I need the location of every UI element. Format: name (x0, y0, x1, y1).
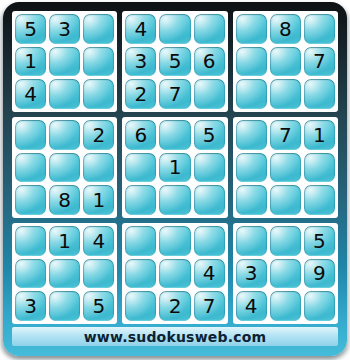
cell-r8c3[interactable] (83, 259, 114, 289)
cell-r7c8[interactable] (270, 226, 301, 256)
cell-r1c9[interactable] (304, 14, 335, 44)
cell-r7c1[interactable] (15, 226, 46, 256)
cell-r9c5[interactable]: 2 (159, 291, 190, 321)
cell-r6c2[interactable]: 8 (49, 185, 80, 215)
cell-r8c4[interactable] (125, 259, 156, 289)
cell-r6c3[interactable]: 1 (83, 185, 114, 215)
cell-r6c6[interactable] (194, 185, 225, 215)
cell-r3c2[interactable] (49, 79, 80, 109)
cell-r3c1[interactable]: 4 (15, 79, 46, 109)
cell-r9c2[interactable] (49, 291, 80, 321)
cell-r8c5[interactable] (159, 259, 190, 289)
cell-r5c6[interactable] (194, 153, 225, 183)
cell-r5c2[interactable] (49, 153, 80, 183)
cell-r7c3[interactable]: 4 (83, 226, 114, 256)
sudoku-widget: 5314435627872816517114354275394 www.sudo… (0, 0, 350, 360)
cell-r8c2[interactable] (49, 259, 80, 289)
box-r1c3: 87 (233, 11, 338, 112)
cell-r3c3[interactable] (83, 79, 114, 109)
cell-r2c2[interactable] (49, 47, 80, 77)
cell-r7c7[interactable] (236, 226, 267, 256)
cell-r1c1[interactable]: 5 (15, 14, 46, 44)
box-r1c1: 5314 (12, 11, 117, 112)
cell-r3c9[interactable] (304, 79, 335, 109)
cell-r4c9[interactable]: 1 (304, 120, 335, 150)
cell-r5c7[interactable] (236, 153, 267, 183)
box-r1c2: 435627 (122, 11, 227, 112)
cell-r2c4[interactable]: 3 (125, 47, 156, 77)
cell-r2c1[interactable]: 1 (15, 47, 46, 77)
cell-r7c5[interactable] (159, 226, 190, 256)
cell-r9c4[interactable] (125, 291, 156, 321)
box-r3c2: 427 (122, 223, 227, 324)
cell-r1c6[interactable] (194, 14, 225, 44)
cell-r8c6[interactable]: 4 (194, 259, 225, 289)
box-r2c1: 281 (12, 117, 117, 218)
cell-r7c4[interactable] (125, 226, 156, 256)
cell-r6c9[interactable] (304, 185, 335, 215)
cell-r8c1[interactable] (15, 259, 46, 289)
cell-r5c4[interactable] (125, 153, 156, 183)
cell-r3c4[interactable]: 2 (125, 79, 156, 109)
cell-r3c6[interactable] (194, 79, 225, 109)
box-r2c2: 651 (122, 117, 227, 218)
cell-r8c8[interactable] (270, 259, 301, 289)
cell-r7c6[interactable] (194, 226, 225, 256)
cell-r9c3[interactable]: 5 (83, 291, 114, 321)
cell-r1c4[interactable]: 4 (125, 14, 156, 44)
cell-r6c7[interactable] (236, 185, 267, 215)
cell-r4c3[interactable]: 2 (83, 120, 114, 150)
cell-r4c4[interactable]: 6 (125, 120, 156, 150)
cell-r2c5[interactable]: 5 (159, 47, 190, 77)
sudoku-board: 5314435627872816517114354275394 (12, 11, 338, 324)
cell-r3c5[interactable]: 7 (159, 79, 190, 109)
cell-r4c5[interactable] (159, 120, 190, 150)
cell-r7c9[interactable]: 5 (304, 226, 335, 256)
cell-r2c8[interactable] (270, 47, 301, 77)
cell-r1c5[interactable] (159, 14, 190, 44)
cell-r9c6[interactable]: 7 (194, 291, 225, 321)
cell-r3c8[interactable] (270, 79, 301, 109)
cell-r9c8[interactable] (270, 291, 301, 321)
cell-r9c1[interactable]: 3 (15, 291, 46, 321)
cell-r5c3[interactable] (83, 153, 114, 183)
site-link[interactable]: www.sudokusweb.com (84, 329, 267, 345)
cell-r5c9[interactable] (304, 153, 335, 183)
cell-r4c8[interactable]: 7 (270, 120, 301, 150)
cell-r2c9[interactable]: 7 (304, 47, 335, 77)
cell-r1c8[interactable]: 8 (270, 14, 301, 44)
cell-r2c6[interactable]: 6 (194, 47, 225, 77)
cell-r4c2[interactable] (49, 120, 80, 150)
cell-r4c6[interactable]: 5 (194, 120, 225, 150)
box-r3c1: 1435 (12, 223, 117, 324)
cell-r1c2[interactable]: 3 (49, 14, 80, 44)
cell-r6c4[interactable] (125, 185, 156, 215)
cell-r1c7[interactable] (236, 14, 267, 44)
cell-r4c1[interactable] (15, 120, 46, 150)
cell-r1c3[interactable] (83, 14, 114, 44)
cell-r2c3[interactable] (83, 47, 114, 77)
cell-r7c2[interactable]: 1 (49, 226, 80, 256)
cell-r5c5[interactable]: 1 (159, 153, 190, 183)
cell-r5c1[interactable] (15, 153, 46, 183)
cell-r6c1[interactable] (15, 185, 46, 215)
cell-r9c7[interactable]: 4 (236, 291, 267, 321)
cell-r8c7[interactable]: 3 (236, 259, 267, 289)
cell-r2c7[interactable] (236, 47, 267, 77)
cell-r8c9[interactable]: 9 (304, 259, 335, 289)
cell-r6c5[interactable] (159, 185, 190, 215)
cell-r5c8[interactable] (270, 153, 301, 183)
box-r2c3: 71 (233, 117, 338, 218)
board-frame: 5314435627872816517114354275394 www.sudo… (3, 2, 347, 356)
footer-bar: www.sudokusweb.com (12, 327, 338, 346)
cell-r3c7[interactable] (236, 79, 267, 109)
box-r3c3: 5394 (233, 223, 338, 324)
cell-r6c8[interactable] (270, 185, 301, 215)
cell-r9c9[interactable] (304, 291, 335, 321)
cell-r4c7[interactable] (236, 120, 267, 150)
